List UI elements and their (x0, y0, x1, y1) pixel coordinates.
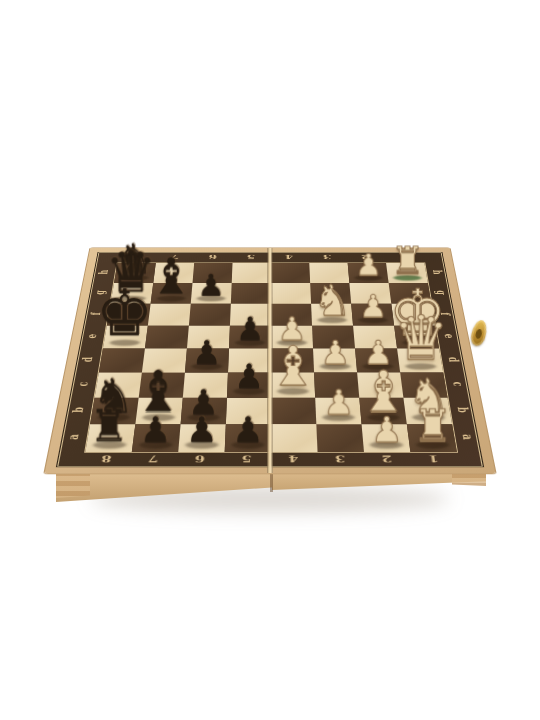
rank-label-far-6: 6 (194, 254, 232, 260)
piece-black-pawn-a5: ♟ (232, 412, 264, 447)
square-b3: ♟ (315, 398, 361, 424)
piece-black-pawn-a7: ♟ (140, 412, 172, 447)
rank-label-far-3: 3 (308, 254, 346, 260)
piece-white-pawn-d3: ♟ (321, 336, 350, 369)
square-f6 (189, 304, 231, 326)
square-g5 (231, 283, 271, 304)
square-h4 (271, 263, 310, 283)
rank-label-far-7: 7 (155, 254, 194, 260)
square-e5: ♟ (229, 326, 271, 349)
scene: ♞♟♜♛♝♟♞♟♚♟♟♚♟♟♟♛♟♝♞♝♟♟♝♞♜♟♟♟♟♜ 887766554… (0, 0, 540, 720)
file-label-left-e: e (85, 333, 99, 340)
piece-white-bishop-c4: ♝ (269, 339, 318, 393)
square-f2: ♟ (351, 304, 394, 326)
square-a6: ♟ (178, 424, 226, 452)
square-g7: ♝ (151, 283, 193, 304)
square-h5 (232, 263, 271, 283)
square-a5: ♟ (225, 424, 271, 452)
square-c5: ♟ (227, 373, 271, 398)
file-label-right-g: g (435, 289, 448, 295)
square-a4 (271, 424, 317, 452)
piece-white-pawn-b3: ♟ (323, 385, 354, 419)
rank-label-far-4: 4 (270, 254, 308, 260)
rank-label-far-8: 8 (117, 254, 156, 260)
square-a1: ♜ (407, 424, 457, 452)
piece-white-knight-f3: ♞ (313, 279, 351, 322)
piece-black-pawn-d6: ♟ (192, 336, 221, 369)
square-b4 (271, 398, 316, 424)
piece-white-pawn-f2: ♟ (359, 291, 387, 322)
piece-white-pawn-a2: ♟ (371, 412, 403, 447)
piece-black-pawn-e5: ♟ (236, 313, 265, 345)
piece-black-rook-a8: ♜ (90, 403, 129, 447)
piece-black-pawn-c5: ♟ (234, 360, 264, 393)
piece-black-pawn-a6: ♟ (186, 412, 218, 447)
square-d6: ♟ (185, 349, 229, 373)
chess-board: ♞♟♜♛♝♟♞♟♚♟♟♚♟♟♟♛♟♝♞♝♟♟♝♞♜♟♟♟♟♜ 887766554… (45, 248, 496, 474)
square-a7: ♟ (132, 424, 181, 452)
file-label-left-f: f (89, 310, 103, 317)
square-e8: ♚ (103, 326, 148, 349)
file-label-left-h: h (97, 269, 110, 275)
square-g4 (271, 283, 311, 304)
square-f3: ♞ (311, 304, 353, 326)
rank-label-far-5: 5 (232, 254, 270, 260)
square-g6: ♟ (191, 283, 232, 304)
product-photo-chess-set: { "game": "chess", "scene_description": … (0, 0, 540, 720)
square-d3: ♟ (313, 349, 357, 373)
square-a8: ♜ (85, 424, 135, 452)
rank-label-far-2: 2 (346, 254, 385, 260)
square-a3 (316, 424, 364, 452)
piece-white-rook-a1: ♜ (413, 403, 452, 447)
square-a2: ♟ (362, 424, 411, 452)
piece-white-rook-h1: ♜ (391, 242, 424, 279)
square-h2: ♟ (348, 263, 389, 283)
square-f7 (148, 304, 191, 326)
rank-label-far-1: 1 (384, 254, 423, 260)
file-label-right-h: h (431, 269, 444, 275)
piece-black-pawn-g6: ♟ (197, 270, 224, 300)
square-c4: ♝ (271, 373, 315, 398)
file-label-left-g: g (93, 289, 106, 295)
